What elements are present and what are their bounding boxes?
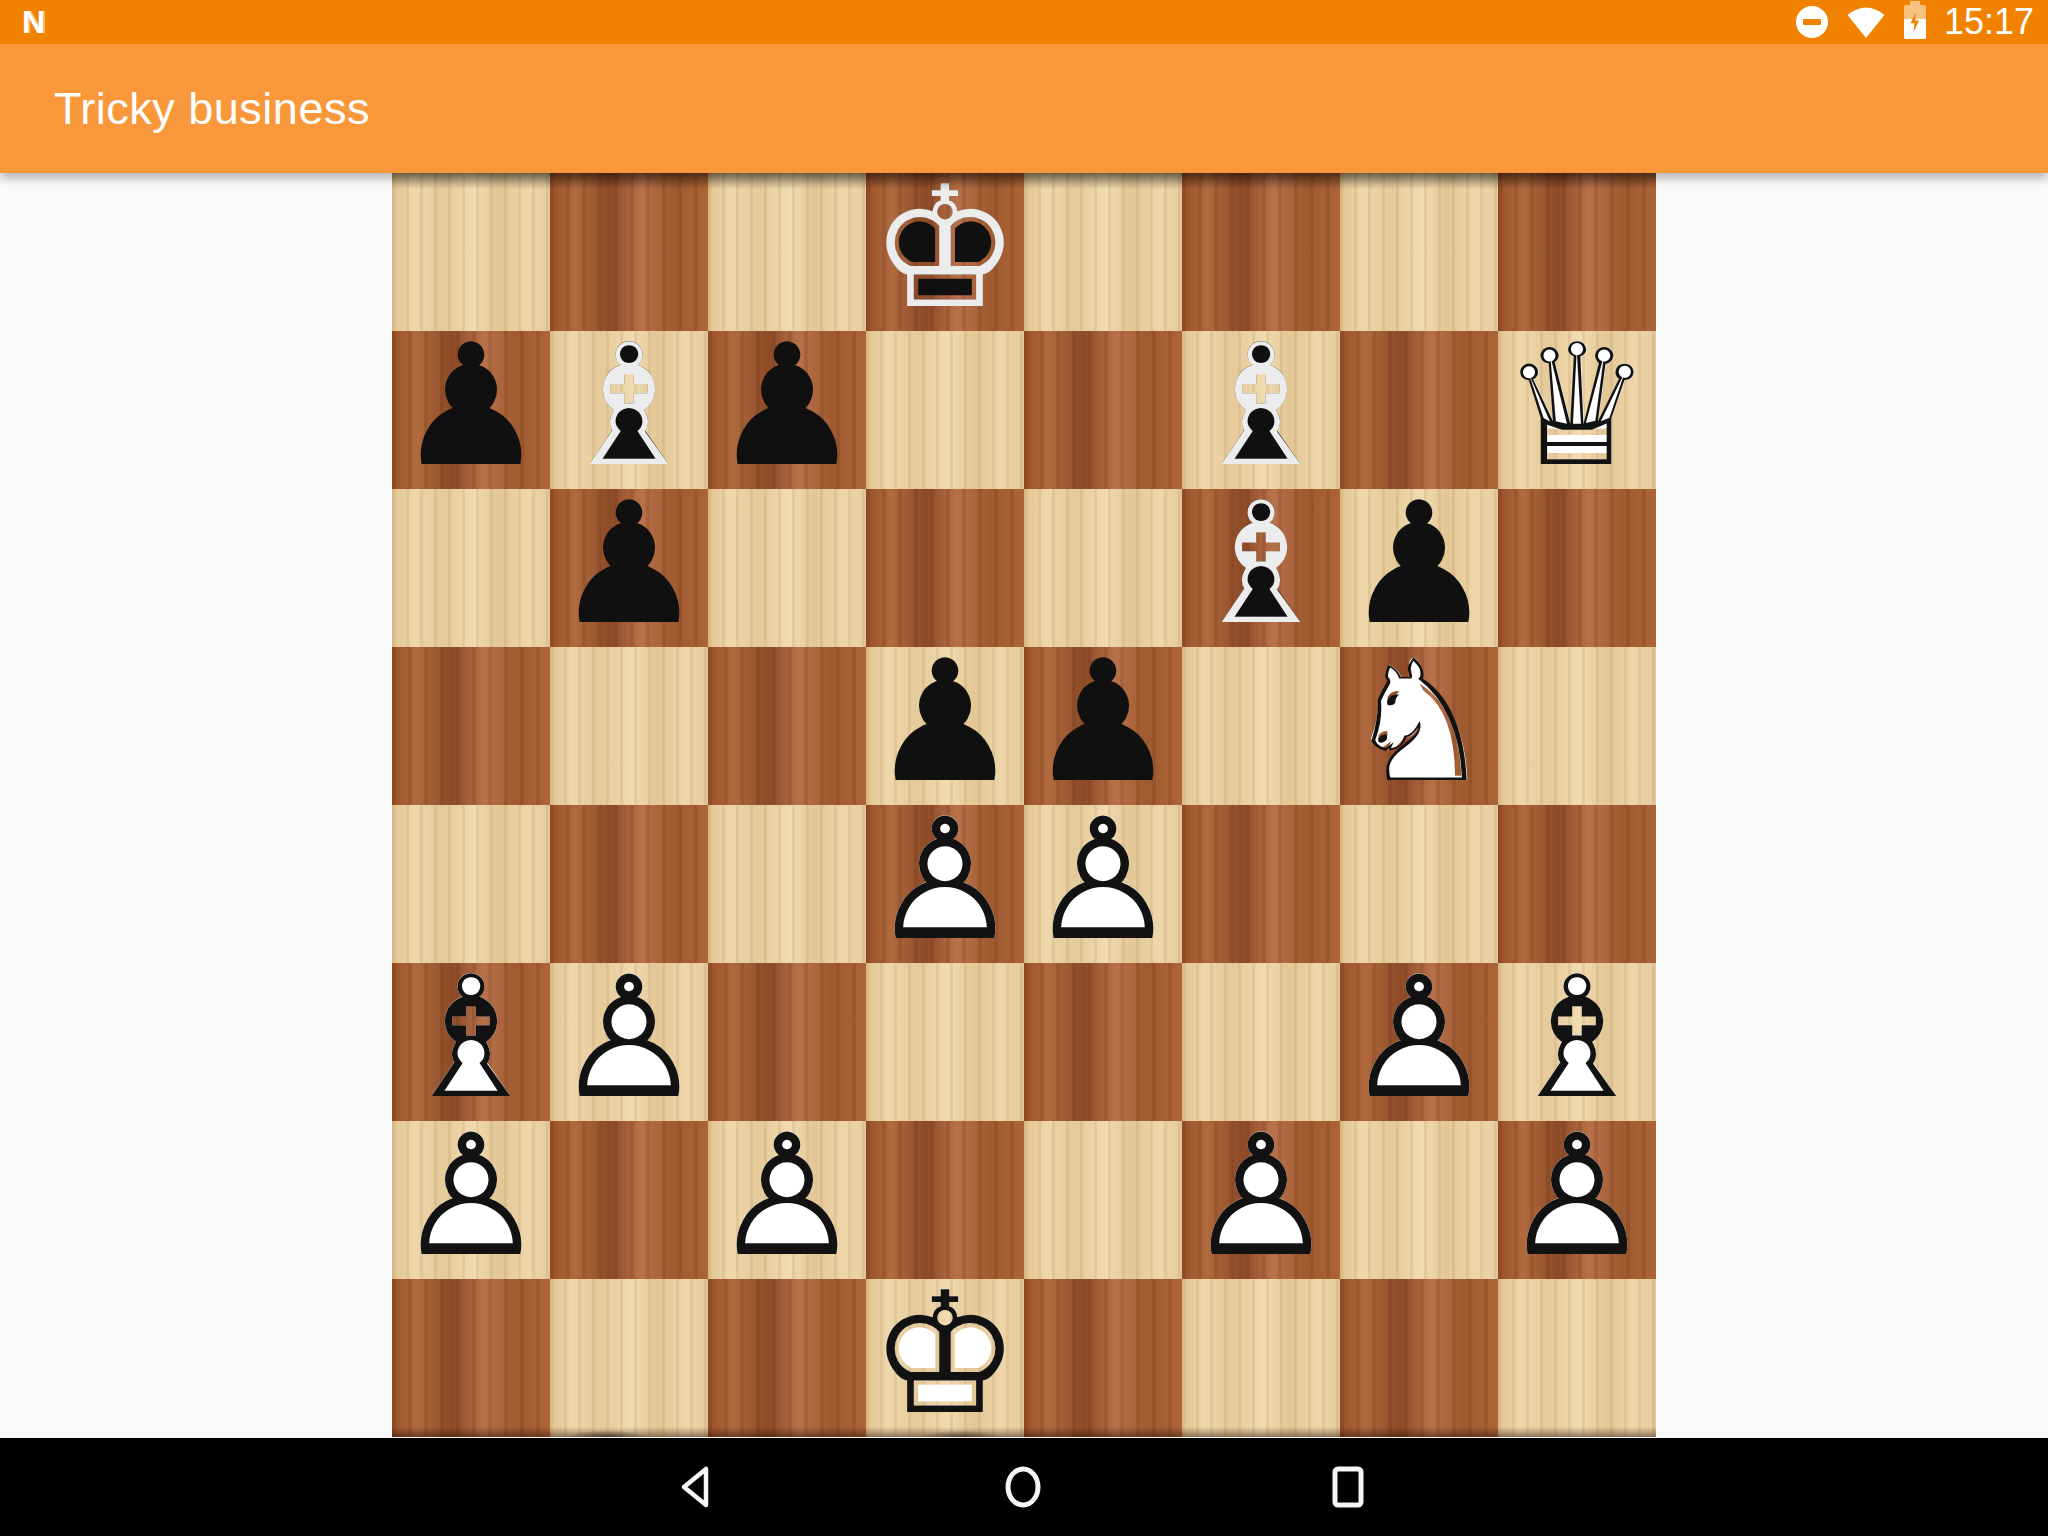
square-b4[interactable] bbox=[550, 805, 708, 963]
square-f4[interactable] bbox=[1182, 805, 1340, 963]
piece-black-pawn[interactable]: ♟ bbox=[1024, 647, 1182, 805]
square-c5[interactable] bbox=[708, 647, 866, 805]
square-d5[interactable]: ♟ bbox=[866, 647, 1024, 805]
square-a5[interactable] bbox=[392, 647, 550, 805]
square-c3[interactable] bbox=[708, 963, 866, 1121]
do-not-disturb-icon bbox=[1796, 6, 1828, 38]
android-n-icon: N bbox=[22, 4, 43, 40]
piece-white-pawn[interactable]: ♟♙ bbox=[392, 1121, 550, 1279]
piece-black-pawn[interactable]: ♟ bbox=[708, 331, 866, 489]
piece-white-pawn[interactable]: ♟♙ bbox=[1340, 963, 1498, 1121]
square-f2[interactable]: ♟♙ bbox=[1182, 1121, 1340, 1279]
square-e3[interactable] bbox=[1024, 963, 1182, 1121]
square-h3[interactable]: ♝♗ bbox=[1498, 963, 1656, 1121]
square-a1[interactable] bbox=[392, 1279, 550, 1437]
square-f8[interactable] bbox=[1182, 173, 1340, 331]
piece-black-bishop[interactable]: ♝♗ bbox=[1182, 489, 1340, 647]
back-icon[interactable] bbox=[675, 1463, 723, 1511]
clock-text: 15:17 bbox=[1944, 0, 2034, 44]
square-h1[interactable] bbox=[1498, 1279, 1656, 1437]
square-d1[interactable]: ♚♔ bbox=[866, 1279, 1024, 1437]
square-h8[interactable] bbox=[1498, 173, 1656, 331]
square-b6[interactable]: ♟ bbox=[550, 489, 708, 647]
square-g5[interactable]: ♞♘ bbox=[1340, 647, 1498, 805]
square-h6[interactable] bbox=[1498, 489, 1656, 647]
piece-black-pawn[interactable]: ♟ bbox=[392, 331, 550, 489]
piece-black-king[interactable]: ♚♔ bbox=[866, 173, 1024, 331]
piece-black-pawn[interactable]: ♟ bbox=[1340, 489, 1498, 647]
square-e5[interactable]: ♟ bbox=[1024, 647, 1182, 805]
square-d2[interactable] bbox=[866, 1121, 1024, 1279]
square-e6[interactable] bbox=[1024, 489, 1182, 647]
square-g6[interactable]: ♟ bbox=[1340, 489, 1498, 647]
square-b8[interactable] bbox=[550, 173, 708, 331]
square-b1[interactable] bbox=[550, 1279, 708, 1437]
square-h5[interactable] bbox=[1498, 647, 1656, 805]
square-g4[interactable] bbox=[1340, 805, 1498, 963]
status-bar: N 15:17 bbox=[0, 0, 2048, 44]
square-g2[interactable] bbox=[1340, 1121, 1498, 1279]
square-g8[interactable] bbox=[1340, 173, 1498, 331]
square-e7[interactable] bbox=[1024, 331, 1182, 489]
piece-white-pawn[interactable]: ♟♙ bbox=[1498, 1121, 1656, 1279]
piece-white-pawn[interactable]: ♟♙ bbox=[708, 1121, 866, 1279]
square-e4[interactable]: ♟♙ bbox=[1024, 805, 1182, 963]
square-d8[interactable]: ♚♔ bbox=[866, 173, 1024, 331]
piece-white-pawn[interactable]: ♟♙ bbox=[550, 963, 708, 1121]
square-d7[interactable] bbox=[866, 331, 1024, 489]
square-a6[interactable] bbox=[392, 489, 550, 647]
navigation-bar bbox=[0, 1438, 2048, 1536]
wifi-icon bbox=[1846, 5, 1886, 39]
piece-black-pawn[interactable]: ♟ bbox=[866, 647, 1024, 805]
square-g7[interactable] bbox=[1340, 331, 1498, 489]
square-h2[interactable]: ♟♙ bbox=[1498, 1121, 1656, 1279]
piece-white-pawn[interactable]: ♟♙ bbox=[866, 805, 1024, 963]
square-b2[interactable] bbox=[550, 1121, 708, 1279]
square-c4[interactable] bbox=[708, 805, 866, 963]
square-c7[interactable]: ♟ bbox=[708, 331, 866, 489]
square-g3[interactable]: ♟♙ bbox=[1340, 963, 1498, 1121]
square-e8[interactable] bbox=[1024, 173, 1182, 331]
square-f7[interactable]: ♝♗ bbox=[1182, 331, 1340, 489]
battery-charging-icon bbox=[1904, 5, 1926, 39]
app-bar: Tricky business bbox=[0, 44, 2048, 173]
chess-board: ♚♔♟♝♗♟♝♗♛♕♟♝♗♟♟♟♞♘♟♙♟♙♝♗♟♙♟♙♝♗♟♙♟♙♟♙♟♙♚♔ bbox=[392, 173, 1656, 1437]
piece-black-bishop[interactable]: ♝♗ bbox=[1182, 331, 1340, 489]
piece-white-king[interactable]: ♚♔ bbox=[866, 1279, 1024, 1437]
square-f5[interactable] bbox=[1182, 647, 1340, 805]
square-f1[interactable] bbox=[1182, 1279, 1340, 1437]
piece-white-knight[interactable]: ♞♘ bbox=[1340, 647, 1498, 805]
square-d6[interactable] bbox=[866, 489, 1024, 647]
square-d4[interactable]: ♟♙ bbox=[866, 805, 1024, 963]
square-a8[interactable] bbox=[392, 173, 550, 331]
android-screen: N 15:17 Tricky business ♚♔♟♝♗♟♝♗♛♕♟♝♗♟♟♟… bbox=[0, 0, 2048, 1536]
square-c2[interactable]: ♟♙ bbox=[708, 1121, 866, 1279]
square-g1[interactable] bbox=[1340, 1279, 1498, 1437]
piece-white-pawn[interactable]: ♟♙ bbox=[1182, 1121, 1340, 1279]
piece-black-bishop[interactable]: ♝♗ bbox=[550, 331, 708, 489]
home-icon[interactable] bbox=[999, 1463, 1047, 1511]
square-a4[interactable] bbox=[392, 805, 550, 963]
square-a7[interactable]: ♟ bbox=[392, 331, 550, 489]
square-h4[interactable] bbox=[1498, 805, 1656, 963]
square-d3[interactable] bbox=[866, 963, 1024, 1121]
piece-white-pawn[interactable]: ♟♙ bbox=[1024, 805, 1182, 963]
square-a3[interactable]: ♝♗ bbox=[392, 963, 550, 1121]
square-h7[interactable]: ♛♕ bbox=[1498, 331, 1656, 489]
recents-icon[interactable] bbox=[1324, 1463, 1372, 1511]
square-c6[interactable] bbox=[708, 489, 866, 647]
square-e2[interactable] bbox=[1024, 1121, 1182, 1279]
page-title: Tricky business bbox=[54, 83, 370, 135]
square-a2[interactable]: ♟♙ bbox=[392, 1121, 550, 1279]
status-icons: 15:17 bbox=[1796, 0, 2034, 44]
square-b7[interactable]: ♝♗ bbox=[550, 331, 708, 489]
square-f6[interactable]: ♝♗ bbox=[1182, 489, 1340, 647]
square-f3[interactable] bbox=[1182, 963, 1340, 1121]
square-c8[interactable] bbox=[708, 173, 866, 331]
piece-white-bishop[interactable]: ♝♗ bbox=[1498, 963, 1656, 1121]
square-c1[interactable] bbox=[708, 1279, 866, 1437]
square-b5[interactable] bbox=[550, 647, 708, 805]
square-e1[interactable] bbox=[1024, 1279, 1182, 1437]
piece-white-bishop[interactable]: ♝♗ bbox=[392, 963, 550, 1121]
square-b3[interactable]: ♟♙ bbox=[550, 963, 708, 1121]
piece-black-pawn[interactable]: ♟ bbox=[550, 489, 708, 647]
piece-white-queen[interactable]: ♛♕ bbox=[1498, 331, 1656, 489]
